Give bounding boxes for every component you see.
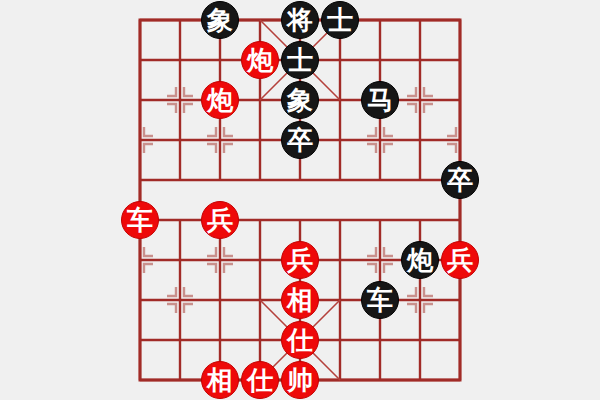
piece-black-soldier[interactable]: 卒 <box>281 121 319 159</box>
piece-red-advisor[interactable]: 仕 <box>281 321 319 359</box>
piece-red-chariot[interactable]: 车 <box>121 201 159 239</box>
piece-black-cannon[interactable]: 炮 <box>401 241 439 279</box>
piece-red-soldier[interactable]: 兵 <box>441 241 479 279</box>
pieces-layer: 象将士炮士炮象马卒卒车兵兵炮兵相车仕相仕帅 <box>120 0 480 400</box>
xiangqi-app: 象将士炮士炮象马卒卒车兵兵炮兵相车仕相仕帅 <box>0 0 600 400</box>
piece-red-cannon[interactable]: 炮 <box>241 41 279 79</box>
piece-red-elephant[interactable]: 相 <box>281 281 319 319</box>
piece-black-elephant[interactable]: 象 <box>281 81 319 119</box>
piece-black-elephant[interactable]: 象 <box>201 1 239 39</box>
piece-black-soldier[interactable]: 卒 <box>441 161 479 199</box>
piece-black-advisor[interactable]: 士 <box>281 41 319 79</box>
piece-red-elephant[interactable]: 相 <box>201 361 239 399</box>
piece-black-horse[interactable]: 马 <box>361 81 399 119</box>
piece-red-soldier[interactable]: 兵 <box>201 201 239 239</box>
piece-red-general[interactable]: 帅 <box>281 361 319 399</box>
piece-black-chariot[interactable]: 车 <box>361 281 399 319</box>
piece-red-cannon[interactable]: 炮 <box>201 81 239 119</box>
piece-red-soldier[interactable]: 兵 <box>281 241 319 279</box>
piece-black-advisor[interactable]: 士 <box>321 1 359 39</box>
piece-red-advisor[interactable]: 仕 <box>241 361 279 399</box>
piece-black-general[interactable]: 将 <box>281 1 319 39</box>
